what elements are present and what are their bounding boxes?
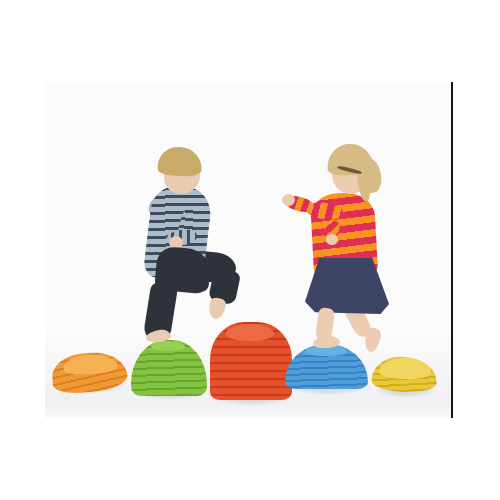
red-stepping-stone (210, 322, 292, 400)
girl-second-hand (326, 234, 338, 245)
stepping-stones-product-photo (0, 0, 500, 500)
orange-stone-top-face (63, 353, 118, 375)
girl-hand (282, 194, 295, 206)
green-stone-top-face (151, 341, 185, 351)
red-stone-top-face (226, 324, 274, 341)
photo-right-border-line (451, 82, 453, 418)
